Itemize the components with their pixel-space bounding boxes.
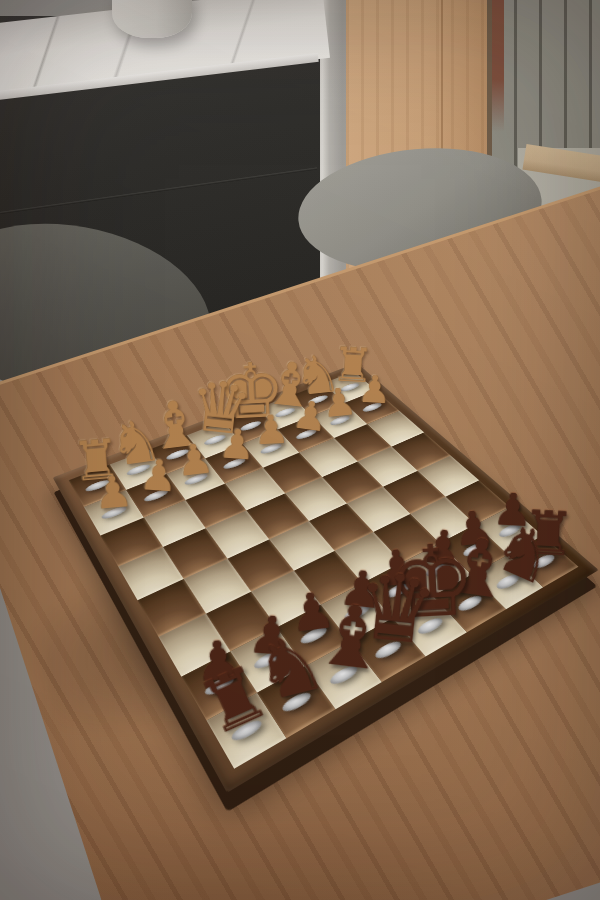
white-pawn-icon: ♟ — [92, 469, 135, 516]
white-pawn-icon: ♟ — [138, 453, 179, 498]
white-pawn-icon: ♟ — [357, 370, 392, 409]
white-pawn-icon: ♟ — [252, 409, 290, 451]
photo-scene: ♜♞♝♛♚♝♞♜♟♟♟♟♟♟♟♟♟♟♟♟♟♟♟♟♜♞♝♛♚♝♞♜ — [0, 0, 600, 900]
chess-board-scene: ♜♞♝♛♚♝♞♜♟♟♟♟♟♟♟♟♟♟♟♟♟♟♟♟♜♞♝♛♚♝♞♜ — [0, 0, 600, 900]
square-g5 — [383, 471, 445, 514]
white-pawn-icon: ♟ — [217, 423, 256, 466]
board-grid: ♜♞♝♛♚♝♞♜♟♟♟♟♟♟♟♟♟♟♟♟♟♟♟♟♜♞♝♛♚♝♞♜ — [69, 371, 579, 768]
white-pawn-icon: ♟ — [174, 437, 216, 483]
white-pawn-icon: ♟ — [290, 394, 330, 438]
chess-board: ♜♞♝♛♚♝♞♜♟♟♟♟♟♟♟♟♟♟♟♟♟♟♟♟♜♞♝♛♚♝♞♜ — [53, 363, 599, 793]
square-c4 — [206, 510, 270, 558]
board-frame: ♜♞♝♛♚♝♞♜♟♟♟♟♟♟♟♟♟♟♟♟♟♟♟♟♜♞♝♛♚♝♞♜ — [53, 363, 599, 793]
